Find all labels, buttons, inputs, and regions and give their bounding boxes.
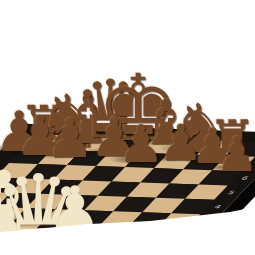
chess-product-photo: 8a7b6c5d4e3f2g1h ♜♞♝♛♚♝♞♜♟♟♟♟♟♟♟♟♝♛♟ <box>0 0 255 255</box>
piece-dark-pawn-h7: ♟ <box>213 130 255 178</box>
